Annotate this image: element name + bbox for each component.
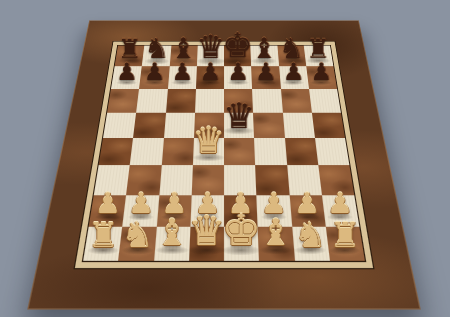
black-pawn-g7[interactable]: ♟ (283, 61, 304, 85)
square-h6[interactable] (309, 89, 341, 113)
white-bishop-c1[interactable]: ♝ (156, 216, 189, 253)
black-pawn-d7[interactable]: ♟ (199, 61, 220, 85)
square-f5[interactable] (253, 113, 284, 138)
white-bishop-f1[interactable]: ♝ (259, 216, 292, 253)
square-f4[interactable] (254, 138, 286, 165)
white-queen-d4[interactable]: ♛ (192, 123, 225, 160)
black-pawn-a7[interactable]: ♟ (116, 61, 137, 85)
black-pawn-h7[interactable]: ♟ (311, 61, 332, 85)
black-queen-e5[interactable]: ♛ (223, 98, 255, 133)
black-pawn-b7[interactable]: ♟ (144, 61, 165, 85)
white-rook-h1[interactable]: ♜ (329, 218, 360, 252)
black-pawn-e7[interactable]: ♟ (227, 61, 248, 85)
square-g6[interactable] (281, 89, 312, 113)
square-g5[interactable] (282, 113, 314, 138)
square-c5[interactable] (164, 113, 195, 138)
square-g4[interactable] (285, 138, 319, 165)
black-pawn-f7[interactable]: ♟ (255, 61, 276, 85)
black-pawn-c7[interactable]: ♟ (172, 61, 193, 85)
square-f6[interactable] (252, 89, 282, 113)
square-a4[interactable] (99, 138, 134, 165)
square-b6[interactable] (136, 89, 167, 113)
square-a5[interactable] (103, 113, 136, 138)
square-h5[interactable] (312, 113, 345, 138)
square-b4[interactable] (130, 138, 164, 165)
square-c4[interactable] (161, 138, 193, 165)
square-a6[interactable] (107, 89, 139, 113)
square-h4[interactable] (315, 138, 350, 165)
white-queen-d1[interactable]: ♛ (188, 211, 225, 252)
square-d6[interactable] (195, 89, 224, 113)
white-knight-b1[interactable]: ♞ (122, 217, 154, 252)
white-rook-a1[interactable]: ♜ (88, 218, 119, 252)
white-knight-g1[interactable]: ♞ (294, 217, 326, 252)
square-c6[interactable] (166, 89, 196, 113)
square-e4[interactable] (224, 138, 255, 165)
white-king-e1[interactable]: ♚ (222, 209, 261, 252)
square-b5[interactable] (133, 113, 165, 138)
carpet-background: ♜♞♝♛♚♝♞♜♟♟♟♟♟♟♟♟♛♛♟♟♟♟♟♟♟♟♜♞♝♛♚♝♞♜ (0, 0, 450, 317)
